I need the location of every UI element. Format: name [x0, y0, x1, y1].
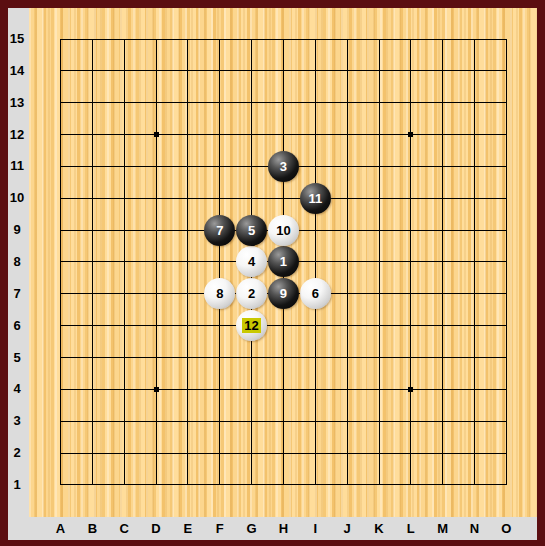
- grid-line-horizontal: [61, 325, 507, 326]
- stone-5-black-G9: 5: [236, 215, 267, 246]
- stone-number: 10: [276, 223, 290, 238]
- row-label-6: 6: [6, 318, 28, 334]
- stone-number: 5: [248, 223, 255, 238]
- col-label-I: I: [305, 521, 325, 537]
- stone-3-black-H11: 3: [268, 151, 299, 182]
- col-label-O: O: [496, 521, 516, 537]
- grid-line-vertical: [379, 39, 380, 485]
- row-label-1: 1: [6, 477, 28, 493]
- grid-line-horizontal: [61, 453, 507, 454]
- col-label-J: J: [337, 521, 357, 537]
- coordinate-label-panel: 123456789101112: [8, 8, 537, 540]
- col-label-M: M: [433, 521, 453, 537]
- row-label-4: 4: [6, 381, 28, 397]
- grid-line-horizontal: [61, 484, 507, 485]
- grid-line-vertical: [474, 39, 475, 485]
- row-label-11: 11: [6, 158, 28, 174]
- row-label-5: 5: [6, 350, 28, 366]
- col-label-K: K: [369, 521, 389, 537]
- star-point-D12: [154, 132, 159, 137]
- grid-line-horizontal: [61, 421, 507, 422]
- stone-7-black-F9: 7: [204, 215, 235, 246]
- row-label-9: 9: [6, 222, 28, 238]
- row-label-7: 7: [6, 286, 28, 302]
- stone-12-white-G6: 12: [236, 310, 267, 341]
- col-label-L: L: [401, 521, 421, 537]
- stone-number: 8: [216, 286, 223, 301]
- grid-line-vertical: [315, 39, 316, 485]
- stone-number: 2: [248, 286, 255, 301]
- grid-line-vertical: [442, 39, 443, 485]
- row-label-3: 3: [6, 413, 28, 429]
- row-label-10: 10: [6, 190, 28, 206]
- grid-line-vertical: [347, 39, 348, 485]
- grid-line-vertical: [410, 39, 411, 485]
- grid-line-vertical: [506, 39, 507, 485]
- row-label-12: 12: [6, 127, 28, 143]
- stone-6-white-I7: 6: [300, 278, 331, 309]
- star-point-D4: [154, 387, 159, 392]
- stone-number: 1: [280, 254, 287, 269]
- col-label-D: D: [146, 521, 166, 537]
- stone-10-white-H9: 10: [268, 215, 299, 246]
- col-label-H: H: [273, 521, 293, 537]
- row-label-14: 14: [6, 63, 28, 79]
- col-label-G: G: [242, 521, 262, 537]
- stone-8-white-F7: 8: [204, 278, 235, 309]
- stone-number: 3: [280, 159, 287, 174]
- stone-number: 7: [216, 223, 223, 238]
- row-label-13: 13: [6, 95, 28, 111]
- grid-line-horizontal: [61, 357, 507, 358]
- stone-number: 4: [248, 254, 255, 269]
- col-label-E: E: [178, 521, 198, 537]
- row-label-2: 2: [6, 445, 28, 461]
- stone-9-black-H7: 9: [268, 278, 299, 309]
- col-label-A: A: [51, 521, 71, 537]
- stone-4-white-G8: 4: [236, 246, 267, 277]
- board-frame: 123456789101112 151413121110987654321ABC…: [0, 0, 545, 546]
- col-label-B: B: [82, 521, 102, 537]
- stone-number: 11: [308, 191, 322, 206]
- stone-2-white-G7: 2: [236, 278, 267, 309]
- star-point-L12: [408, 132, 413, 137]
- stone-1-black-H8: 1: [268, 246, 299, 277]
- col-label-C: C: [114, 521, 134, 537]
- row-label-8: 8: [6, 254, 28, 270]
- stone-11-black-I10: 11: [300, 183, 331, 214]
- row-label-15: 15: [6, 31, 28, 47]
- col-label-F: F: [210, 521, 230, 537]
- col-label-N: N: [465, 521, 485, 537]
- star-point-L4: [408, 387, 413, 392]
- stone-number: 6: [312, 286, 319, 301]
- goban[interactable]: 123456789101112: [29, 8, 537, 517]
- stone-number: 9: [280, 286, 287, 301]
- grid-line-horizontal: [61, 389, 507, 390]
- stone-number: 12: [242, 318, 260, 333]
